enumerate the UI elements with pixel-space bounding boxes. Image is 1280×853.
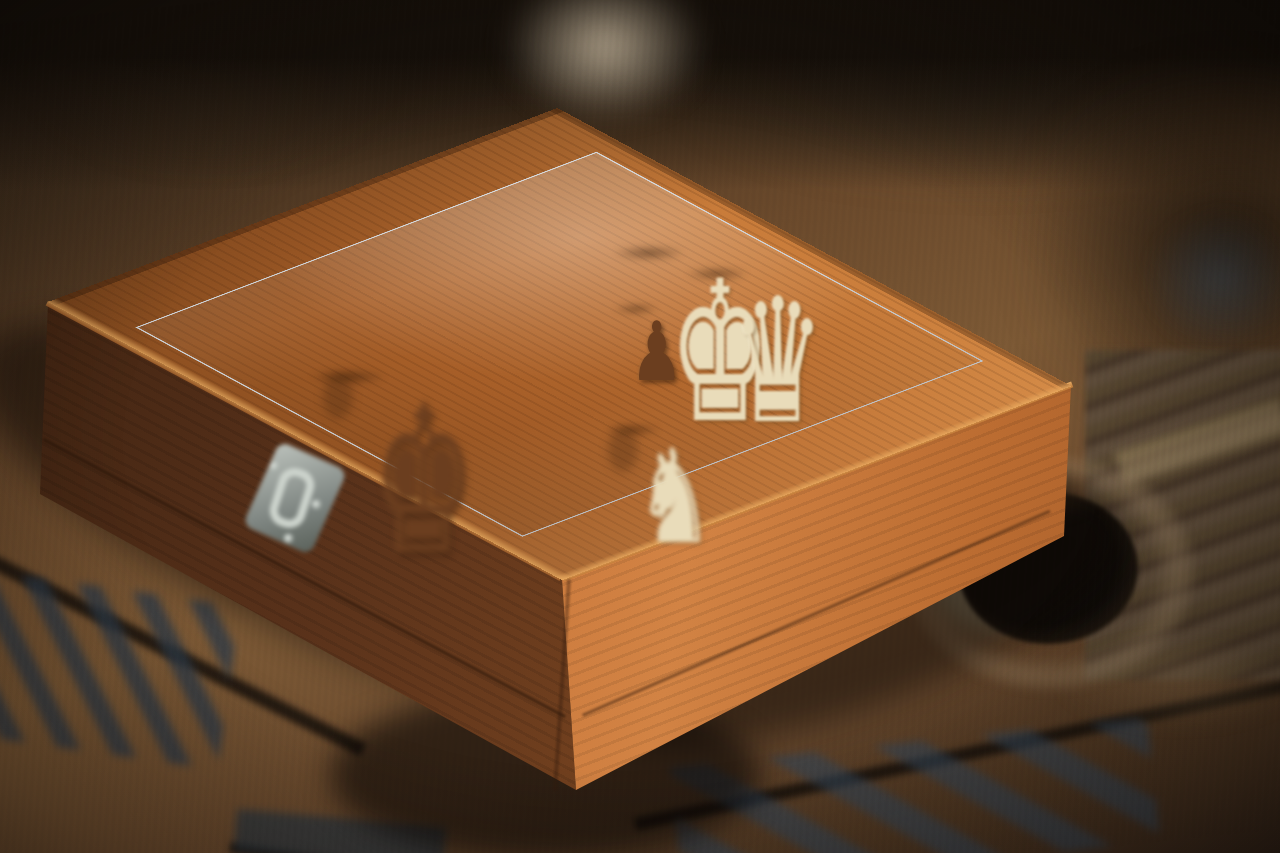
latch-screw [284, 534, 293, 543]
black-king-glyph: ♚ [372, 379, 475, 584]
latch-screw [312, 500, 321, 509]
white-queen-glyph: ♛ [732, 276, 825, 448]
chessboard-photo: ♚♛♟♞♚ 1K1Q4/2p5/8/5N2/8/1k6/8/8 [0, 0, 1280, 853]
black-pawn-glyph: ♟ [630, 311, 683, 393]
white-knight-glyph: ♞ [637, 432, 714, 562]
latch-screw [270, 462, 279, 471]
white-knight-reflection [608, 428, 638, 472]
black-king-reflection [323, 375, 353, 419]
